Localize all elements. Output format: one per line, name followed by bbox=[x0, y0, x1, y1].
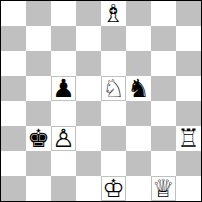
square-g4 bbox=[151, 101, 176, 126]
square-b1 bbox=[26, 176, 51, 201]
square-h4 bbox=[176, 101, 201, 126]
square-c6 bbox=[51, 51, 76, 76]
square-a3 bbox=[1, 126, 26, 151]
square-b8 bbox=[26, 1, 51, 26]
square-g2 bbox=[151, 151, 176, 176]
square-h1 bbox=[176, 176, 201, 201]
square-d4 bbox=[76, 101, 101, 126]
square-d6 bbox=[76, 51, 101, 76]
square-a1 bbox=[1, 176, 26, 201]
piece-black-king: ♚ bbox=[27, 127, 50, 150]
square-g8 bbox=[151, 1, 176, 26]
square-b3: ♚ bbox=[26, 126, 51, 151]
square-e5: ♘ bbox=[101, 76, 126, 101]
square-h6 bbox=[176, 51, 201, 76]
square-a6 bbox=[1, 51, 26, 76]
square-d2 bbox=[76, 151, 101, 176]
piece-white-bishop: ♗ bbox=[102, 2, 125, 25]
square-b2 bbox=[26, 151, 51, 176]
piece-white-pawn: ♙ bbox=[52, 127, 75, 150]
piece-white-king: ♔ bbox=[102, 177, 125, 200]
square-f8 bbox=[126, 1, 151, 26]
square-e8: ♗ bbox=[101, 1, 126, 26]
square-b6 bbox=[26, 51, 51, 76]
square-b4 bbox=[26, 101, 51, 126]
square-g6 bbox=[151, 51, 176, 76]
square-c4 bbox=[51, 101, 76, 126]
square-e2 bbox=[101, 151, 126, 176]
square-h5 bbox=[176, 76, 201, 101]
square-c8 bbox=[51, 1, 76, 26]
square-h8 bbox=[176, 1, 201, 26]
square-a2 bbox=[1, 151, 26, 176]
piece-black-knight: ♞ bbox=[127, 77, 150, 100]
piece-white-rook: ♖ bbox=[177, 127, 200, 150]
piece-white-queen: ♕ bbox=[152, 177, 175, 200]
square-g1: ♕ bbox=[151, 176, 176, 201]
square-h7 bbox=[176, 26, 201, 51]
square-d8 bbox=[76, 1, 101, 26]
square-d5 bbox=[76, 76, 101, 101]
square-c1 bbox=[51, 176, 76, 201]
square-a5 bbox=[1, 76, 26, 101]
square-e6 bbox=[101, 51, 126, 76]
square-c3: ♙ bbox=[51, 126, 76, 151]
piece-white-knight: ♘ bbox=[102, 77, 125, 100]
square-a7 bbox=[1, 26, 26, 51]
square-f3 bbox=[126, 126, 151, 151]
square-f1 bbox=[126, 176, 151, 201]
square-c5: ♟ bbox=[51, 76, 76, 101]
square-e7 bbox=[101, 26, 126, 51]
square-h2 bbox=[176, 151, 201, 176]
square-b7 bbox=[26, 26, 51, 51]
square-d1 bbox=[76, 176, 101, 201]
square-c2 bbox=[51, 151, 76, 176]
piece-black-pawn: ♟ bbox=[52, 77, 75, 100]
square-f4 bbox=[126, 101, 151, 126]
square-h3: ♖ bbox=[176, 126, 201, 151]
square-c7 bbox=[51, 26, 76, 51]
square-b5 bbox=[26, 76, 51, 101]
square-e4 bbox=[101, 101, 126, 126]
square-g7 bbox=[151, 26, 176, 51]
square-a4 bbox=[1, 101, 26, 126]
square-e1: ♔ bbox=[101, 176, 126, 201]
chess-board: ♗♟♘♞♚♙♖♔♕ bbox=[0, 0, 202, 202]
square-f2 bbox=[126, 151, 151, 176]
square-a8 bbox=[1, 1, 26, 26]
square-g5 bbox=[151, 76, 176, 101]
square-e3 bbox=[101, 126, 126, 151]
square-f7 bbox=[126, 26, 151, 51]
square-f6 bbox=[126, 51, 151, 76]
square-g3 bbox=[151, 126, 176, 151]
square-d7 bbox=[76, 26, 101, 51]
square-f5: ♞ bbox=[126, 76, 151, 101]
square-d3 bbox=[76, 126, 101, 151]
